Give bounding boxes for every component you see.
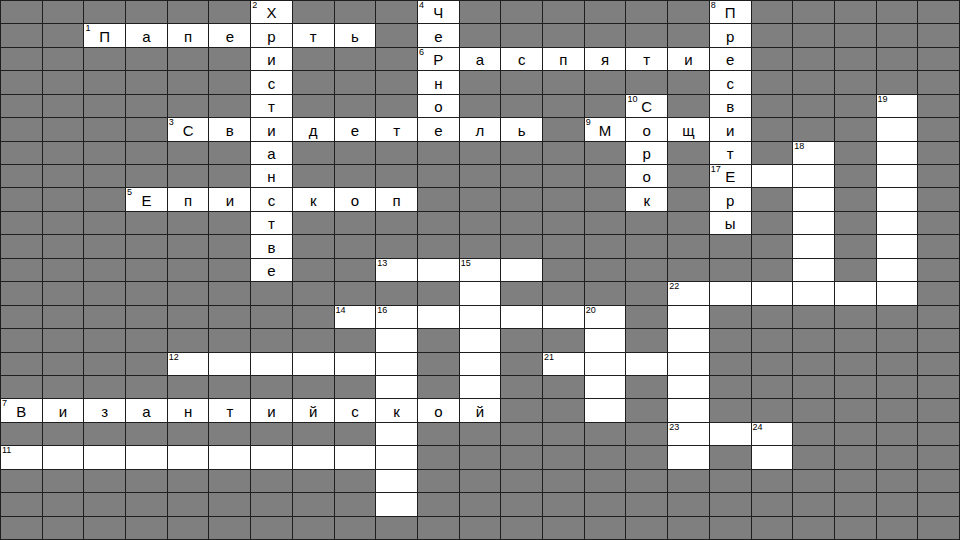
blocked-cell-r21c4 bbox=[126, 470, 168, 493]
blocked-cell-r5c5 bbox=[168, 95, 210, 118]
blocked-cell-r10c23 bbox=[918, 212, 960, 235]
clue-number-24: 24 bbox=[753, 423, 763, 432]
cell-r10c18[interactable]: ы bbox=[710, 212, 752, 235]
blocked-cell-r20c23 bbox=[918, 446, 960, 469]
cell-r9c6[interactable]: и bbox=[209, 188, 251, 211]
cell-r7c22[interactable] bbox=[877, 142, 919, 165]
letter: о bbox=[626, 166, 667, 187]
blocked-cell-r11c8 bbox=[293, 235, 335, 258]
blocked-cell-r23c1 bbox=[1, 517, 43, 540]
letter: т bbox=[376, 120, 417, 141]
cell-r9c7[interactable]: с bbox=[251, 188, 293, 211]
cell-r6c10[interactable]: т bbox=[376, 118, 418, 141]
blocked-cell-r23c15 bbox=[585, 517, 627, 540]
blocked-cell-r11c11 bbox=[418, 235, 460, 258]
cell-r3c7[interactable]: и bbox=[251, 48, 293, 71]
blocked-cell-r9c17 bbox=[668, 188, 710, 211]
cell-r15c15[interactable] bbox=[585, 329, 627, 352]
blocked-cell-r23c14 bbox=[543, 517, 585, 540]
blocked-cell-r14c22 bbox=[877, 306, 919, 329]
blocked-cell-r15c6 bbox=[209, 329, 251, 352]
cell-r3c13[interactable]: с bbox=[501, 48, 543, 71]
blocked-cell-r13c8 bbox=[293, 282, 335, 305]
letter: к bbox=[376, 401, 417, 422]
blocked-cell-r9c14 bbox=[543, 188, 585, 211]
cell-r16c17[interactable] bbox=[668, 353, 710, 376]
letter: н bbox=[418, 73, 459, 94]
cell-r18c15[interactable] bbox=[585, 399, 627, 422]
cell-r16c8[interactable] bbox=[293, 353, 335, 376]
letter: т bbox=[293, 26, 334, 47]
blocked-cell-r4c22 bbox=[877, 71, 919, 94]
cell-r18c17[interactable] bbox=[668, 399, 710, 422]
blocked-cell-r5c3 bbox=[84, 95, 126, 118]
blocked-cell-r5c20 bbox=[793, 95, 835, 118]
blocked-cell-r23c6 bbox=[209, 517, 251, 540]
blocked-cell-r16c21 bbox=[835, 353, 877, 376]
cell-r20c6[interactable] bbox=[209, 446, 251, 469]
cell-r6c12[interactable]: л bbox=[460, 118, 502, 141]
cell-r10c22[interactable] bbox=[877, 212, 919, 235]
cell-r2c3[interactable]: 1П bbox=[84, 24, 126, 47]
letter: Е bbox=[710, 166, 751, 187]
cell-r21c10[interactable] bbox=[376, 470, 418, 493]
cell-r9c10[interactable]: п bbox=[376, 188, 418, 211]
blocked-cell-r11c1 bbox=[1, 235, 43, 258]
cell-r14c12[interactable] bbox=[460, 306, 502, 329]
cell-r10c20[interactable] bbox=[793, 212, 835, 235]
cell-r12c22[interactable] bbox=[877, 259, 919, 282]
cell-r5c16[interactable]: 10С bbox=[626, 95, 668, 118]
cell-r20c4[interactable] bbox=[126, 446, 168, 469]
cell-r20c7[interactable] bbox=[251, 446, 293, 469]
cell-r17c15[interactable] bbox=[585, 376, 627, 399]
blocked-cell-r1c17 bbox=[668, 1, 710, 24]
cell-r22c10[interactable] bbox=[376, 493, 418, 516]
blocked-cell-r1c12 bbox=[460, 1, 502, 24]
cell-r13c18[interactable] bbox=[710, 282, 752, 305]
cell-r2c11[interactable]: е bbox=[418, 24, 460, 47]
cell-r8c7[interactable]: н bbox=[251, 165, 293, 188]
cell-r15c12[interactable] bbox=[460, 329, 502, 352]
cell-r15c10[interactable] bbox=[376, 329, 418, 352]
blocked-cell-r4c13 bbox=[501, 71, 543, 94]
blocked-cell-r17c16 bbox=[626, 376, 668, 399]
cell-r6c17[interactable]: щ bbox=[668, 118, 710, 141]
cell-r20c9[interactable] bbox=[335, 446, 377, 469]
cell-r1c18[interactable]: 8П bbox=[710, 1, 752, 24]
cell-r11c7[interactable]: в bbox=[251, 235, 293, 258]
cell-r20c10[interactable] bbox=[376, 446, 418, 469]
cell-r20c1[interactable]: 11 bbox=[1, 446, 43, 469]
blocked-cell-r18c13 bbox=[501, 399, 543, 422]
blocked-cell-r3c23 bbox=[918, 48, 960, 71]
blocked-cell-r10c9 bbox=[335, 212, 377, 235]
blocked-cell-r22c13 bbox=[501, 493, 543, 516]
cell-r4c18[interactable]: с bbox=[710, 71, 752, 94]
cell-r16c10[interactable] bbox=[376, 353, 418, 376]
blocked-cell-r9c2 bbox=[43, 188, 85, 211]
blocked-cell-r2c15 bbox=[585, 24, 627, 47]
blocked-cell-r20c11 bbox=[418, 446, 460, 469]
cell-r2c8[interactable]: т bbox=[293, 24, 335, 47]
blocked-cell-r15c13 bbox=[501, 329, 543, 352]
blocked-cell-r11c13 bbox=[501, 235, 543, 258]
blocked-cell-r3c3 bbox=[84, 48, 126, 71]
cell-r13c17[interactable]: 22 bbox=[668, 282, 710, 305]
letter: л bbox=[460, 120, 501, 141]
blocked-cell-r21c14 bbox=[543, 470, 585, 493]
cell-r17c10[interactable] bbox=[376, 376, 418, 399]
blocked-cell-r23c18 bbox=[710, 517, 752, 540]
blocked-cell-r10c5 bbox=[168, 212, 210, 235]
blocked-cell-r6c4 bbox=[126, 118, 168, 141]
clue-number-13: 13 bbox=[377, 259, 387, 268]
blocked-cell-r20c16 bbox=[626, 446, 668, 469]
cell-r12c20[interactable] bbox=[793, 259, 835, 282]
blocked-cell-r5c1 bbox=[1, 95, 43, 118]
clue-number-19: 19 bbox=[878, 95, 888, 104]
cell-r12c7[interactable]: е bbox=[251, 259, 293, 282]
cell-r3c16[interactable]: т bbox=[626, 48, 668, 71]
blocked-cell-r17c18 bbox=[710, 376, 752, 399]
blocked-cell-r23c10 bbox=[376, 517, 418, 540]
cell-r3c17[interactable]: и bbox=[668, 48, 710, 71]
cell-r18c10[interactable]: к bbox=[376, 399, 418, 422]
blocked-cell-r10c16 bbox=[626, 212, 668, 235]
cell-r16c16[interactable] bbox=[626, 353, 668, 376]
blocked-cell-r23c23 bbox=[918, 517, 960, 540]
blocked-cell-r8c14 bbox=[543, 165, 585, 188]
cell-r9c18[interactable]: р bbox=[710, 188, 752, 211]
cell-r2c7[interactable]: р bbox=[251, 24, 293, 47]
cell-r10c7[interactable]: т bbox=[251, 212, 293, 235]
cell-r18c12[interactable]: й bbox=[460, 399, 502, 422]
cell-r14c10[interactable]: 16 bbox=[376, 306, 418, 329]
cell-r17c12[interactable] bbox=[460, 376, 502, 399]
cell-r18c4[interactable]: а bbox=[126, 399, 168, 422]
letter: и bbox=[251, 49, 292, 70]
blocked-cell-r7c19 bbox=[752, 142, 794, 165]
blocked-cell-r12c2 bbox=[43, 259, 85, 282]
blocked-cell-r14c3 bbox=[84, 306, 126, 329]
cell-r14c9[interactable]: 14 bbox=[335, 306, 377, 329]
blocked-cell-r14c16 bbox=[626, 306, 668, 329]
blocked-cell-r14c5 bbox=[168, 306, 210, 329]
cell-r7c16[interactable]: р bbox=[626, 142, 668, 165]
blocked-cell-r23c16 bbox=[626, 517, 668, 540]
blocked-cell-r16c18 bbox=[710, 353, 752, 376]
clue-number-15: 15 bbox=[461, 259, 471, 268]
blocked-cell-r18c19 bbox=[752, 399, 794, 422]
letter: я bbox=[585, 49, 626, 70]
cell-r18c6[interactable]: т bbox=[209, 399, 251, 422]
cell-r7c20[interactable]: 18 bbox=[793, 142, 835, 165]
cell-r2c6[interactable]: е bbox=[209, 24, 251, 47]
cell-r6c18[interactable]: и bbox=[710, 118, 752, 141]
blocked-cell-r17c20 bbox=[793, 376, 835, 399]
clue-number-14: 14 bbox=[336, 306, 346, 315]
cell-r18c2[interactable]: и bbox=[43, 399, 85, 422]
blocked-cell-r9c23 bbox=[918, 188, 960, 211]
letter: П bbox=[84, 26, 125, 47]
cell-r2c5[interactable]: п bbox=[168, 24, 210, 47]
cell-r12c11[interactable] bbox=[418, 259, 460, 282]
cell-r6c15[interactable]: 9М bbox=[585, 118, 627, 141]
blocked-cell-r8c2 bbox=[43, 165, 85, 188]
blocked-cell-r10c4 bbox=[126, 212, 168, 235]
blocked-cell-r4c17 bbox=[668, 71, 710, 94]
blocked-cell-r1c15 bbox=[585, 1, 627, 24]
cell-r2c18[interactable]: р bbox=[710, 24, 752, 47]
cell-r6c5[interactable]: 3С bbox=[168, 118, 210, 141]
cell-r4c7[interactable]: с bbox=[251, 71, 293, 94]
cell-r14c15[interactable]: 20 bbox=[585, 306, 627, 329]
cell-r16c7[interactable] bbox=[251, 353, 293, 376]
cell-r6c11[interactable]: е bbox=[418, 118, 460, 141]
cell-r5c11[interactable]: о bbox=[418, 95, 460, 118]
blocked-cell-r17c5 bbox=[168, 376, 210, 399]
blocked-cell-r12c18 bbox=[710, 259, 752, 282]
cell-r8c19[interactable] bbox=[752, 165, 794, 188]
blocked-cell-r10c10 bbox=[376, 212, 418, 235]
cell-r16c6[interactable] bbox=[209, 353, 251, 376]
blocked-cell-r17c11 bbox=[418, 376, 460, 399]
blocked-cell-r18c22 bbox=[877, 399, 919, 422]
cell-r6c6[interactable]: в bbox=[209, 118, 251, 141]
cell-r8c20[interactable] bbox=[793, 165, 835, 188]
blocked-cell-r11c18 bbox=[710, 235, 752, 258]
cell-r8c22[interactable] bbox=[877, 165, 919, 188]
cell-r9c8[interactable]: к bbox=[293, 188, 335, 211]
cell-r20c19[interactable] bbox=[752, 446, 794, 469]
cell-r14c13[interactable] bbox=[501, 306, 543, 329]
blocked-cell-r16c11 bbox=[418, 353, 460, 376]
cell-r15c17[interactable] bbox=[668, 329, 710, 352]
letter: о bbox=[418, 96, 459, 117]
cell-r9c16[interactable]: к bbox=[626, 188, 668, 211]
blocked-cell-r1c10 bbox=[376, 1, 418, 24]
cell-r18c3[interactable]: з bbox=[84, 399, 126, 422]
cell-r14c17[interactable] bbox=[668, 306, 710, 329]
letter: в bbox=[710, 96, 751, 117]
cell-r13c22[interactable] bbox=[877, 282, 919, 305]
cell-r2c4[interactable]: а bbox=[126, 24, 168, 47]
cell-r3c12[interactable]: а bbox=[460, 48, 502, 71]
cell-r13c20[interactable] bbox=[793, 282, 835, 305]
cell-r20c17[interactable] bbox=[668, 446, 710, 469]
cell-r16c15[interactable] bbox=[585, 353, 627, 376]
cell-r18c11[interactable]: о bbox=[418, 399, 460, 422]
blocked-cell-r11c2 bbox=[43, 235, 85, 258]
blocked-cell-r21c2 bbox=[43, 470, 85, 493]
blocked-cell-r3c9 bbox=[335, 48, 377, 71]
cell-r9c9[interactable]: о bbox=[335, 188, 377, 211]
blocked-cell-r8c3 bbox=[84, 165, 126, 188]
cell-r20c2[interactable] bbox=[43, 446, 85, 469]
blocked-cell-r2c12 bbox=[460, 24, 502, 47]
blocked-cell-r15c1 bbox=[1, 329, 43, 352]
cell-r6c13[interactable]: ь bbox=[501, 118, 543, 141]
letter: с bbox=[251, 73, 292, 94]
cell-r5c18[interactable]: в bbox=[710, 95, 752, 118]
blocked-cell-r23c12 bbox=[460, 517, 502, 540]
blocked-cell-r10c13 bbox=[501, 212, 543, 235]
letter: а bbox=[460, 49, 501, 70]
blocked-cell-r19c5 bbox=[168, 423, 210, 446]
blocked-cell-r21c1 bbox=[1, 470, 43, 493]
cell-r14c14[interactable] bbox=[543, 306, 585, 329]
cell-r1c7[interactable]: 2Х bbox=[251, 1, 293, 24]
cell-r13c12[interactable] bbox=[460, 282, 502, 305]
blocked-cell-r10c12 bbox=[460, 212, 502, 235]
blocked-cell-r21c21 bbox=[835, 470, 877, 493]
blocked-cell-r22c1 bbox=[1, 493, 43, 516]
cell-r16c9[interactable] bbox=[335, 353, 377, 376]
letter: р bbox=[710, 26, 751, 47]
cell-r11c20[interactable] bbox=[793, 235, 835, 258]
blocked-cell-r11c5 bbox=[168, 235, 210, 258]
blocked-cell-r2c16 bbox=[626, 24, 668, 47]
cell-r13c19[interactable] bbox=[752, 282, 794, 305]
blocked-cell-r4c2 bbox=[43, 71, 85, 94]
blocked-cell-r15c18 bbox=[710, 329, 752, 352]
blocked-cell-r15c9 bbox=[335, 329, 377, 352]
cell-r9c20[interactable] bbox=[793, 188, 835, 211]
cell-r12c10[interactable]: 13 bbox=[376, 259, 418, 282]
blocked-cell-r22c23 bbox=[918, 493, 960, 516]
cell-r7c7[interactable]: а bbox=[251, 142, 293, 165]
blocked-cell-r1c9 bbox=[335, 1, 377, 24]
blocked-cell-r13c11 bbox=[418, 282, 460, 305]
letter: с bbox=[501, 49, 542, 70]
cell-r13c21[interactable] bbox=[835, 282, 877, 305]
cell-r4c11[interactable]: н bbox=[418, 71, 460, 94]
blocked-cell-r17c1 bbox=[1, 376, 43, 399]
blocked-cell-r13c23 bbox=[918, 282, 960, 305]
cell-r8c16[interactable]: о bbox=[626, 165, 668, 188]
cell-r9c5[interactable]: п bbox=[168, 188, 210, 211]
cell-r11c22[interactable] bbox=[877, 235, 919, 258]
cell-r18c1[interactable]: 7В bbox=[1, 399, 43, 422]
blocked-cell-r10c1 bbox=[1, 212, 43, 235]
cell-r6c8[interactable]: д bbox=[293, 118, 335, 141]
cell-r3c15[interactable]: я bbox=[585, 48, 627, 71]
cell-r16c5[interactable]: 12 bbox=[168, 353, 210, 376]
cell-r9c22[interactable] bbox=[877, 188, 919, 211]
blocked-cell-r17c6 bbox=[209, 376, 251, 399]
cell-r18c7[interactable]: и bbox=[251, 399, 293, 422]
cell-r3c14[interactable]: п bbox=[543, 48, 585, 71]
cell-r7c18[interactable]: т bbox=[710, 142, 752, 165]
cell-r17c17[interactable] bbox=[668, 376, 710, 399]
cell-r3c18[interactable]: е bbox=[710, 48, 752, 71]
cell-r5c22[interactable]: 19 bbox=[877, 95, 919, 118]
letter: С bbox=[168, 120, 209, 141]
blocked-cell-r5c23 bbox=[918, 95, 960, 118]
cell-r12c12[interactable]: 15 bbox=[460, 259, 502, 282]
cell-r18c9[interactable]: с bbox=[335, 399, 377, 422]
cell-r19c18[interactable] bbox=[710, 423, 752, 446]
blocked-cell-r22c3 bbox=[84, 493, 126, 516]
cell-r6c7[interactable]: и bbox=[251, 118, 293, 141]
cell-r20c8[interactable] bbox=[293, 446, 335, 469]
blocked-cell-r19c7 bbox=[251, 423, 293, 446]
blocked-cell-r8c4 bbox=[126, 165, 168, 188]
cell-r3c11[interactable]: 6Р bbox=[418, 48, 460, 71]
cell-r16c12[interactable] bbox=[460, 353, 502, 376]
blocked-cell-r7c13 bbox=[501, 142, 543, 165]
blocked-cell-r9c1 bbox=[1, 188, 43, 211]
blocked-cell-r11c9 bbox=[335, 235, 377, 258]
cell-r2c9[interactable]: ь bbox=[335, 24, 377, 47]
blocked-cell-r21c11 bbox=[418, 470, 460, 493]
letter: и bbox=[251, 120, 292, 141]
blocked-cell-r20c15 bbox=[585, 446, 627, 469]
blocked-cell-r14c2 bbox=[43, 306, 85, 329]
letter: п bbox=[376, 190, 417, 211]
letter: щ bbox=[668, 120, 709, 141]
letter: р bbox=[626, 143, 667, 164]
letter: о bbox=[418, 401, 459, 422]
cell-r16c14[interactable]: 21 bbox=[543, 353, 585, 376]
blocked-cell-r19c22 bbox=[877, 423, 919, 446]
cell-r9c4[interactable]: 5Е bbox=[126, 188, 168, 211]
cell-r5c7[interactable]: т bbox=[251, 95, 293, 118]
cell-r6c9[interactable]: е bbox=[335, 118, 377, 141]
cell-r20c3[interactable] bbox=[84, 446, 126, 469]
letter: Ч bbox=[418, 2, 459, 23]
cell-r6c22[interactable] bbox=[877, 118, 919, 141]
blocked-cell-r8c12 bbox=[460, 165, 502, 188]
blocked-cell-r7c5 bbox=[168, 142, 210, 165]
blocked-cell-r6c3 bbox=[84, 118, 126, 141]
blocked-cell-r16c19 bbox=[752, 353, 794, 376]
blocked-cell-r19c4 bbox=[126, 423, 168, 446]
letter: е bbox=[710, 49, 751, 70]
blocked-cell-r22c14 bbox=[543, 493, 585, 516]
blocked-cell-r19c1 bbox=[1, 423, 43, 446]
cell-r1c11[interactable]: 4Ч bbox=[418, 1, 460, 24]
cell-r20c5[interactable] bbox=[168, 446, 210, 469]
cell-r8c18[interactable]: 17Е bbox=[710, 165, 752, 188]
blocked-cell-r4c1 bbox=[1, 71, 43, 94]
blocked-cell-r8c8 bbox=[293, 165, 335, 188]
cell-r12c13[interactable] bbox=[501, 259, 543, 282]
cell-r6c16[interactable]: о bbox=[626, 118, 668, 141]
letter: п bbox=[543, 49, 584, 70]
blocked-cell-r9c13 bbox=[501, 188, 543, 211]
cell-r19c10[interactable] bbox=[376, 423, 418, 446]
cell-r19c19[interactable]: 24 bbox=[752, 423, 794, 446]
cell-r14c11[interactable] bbox=[418, 306, 460, 329]
blocked-cell-r19c8 bbox=[293, 423, 335, 446]
cell-r19c17[interactable]: 23 bbox=[668, 423, 710, 446]
blocked-cell-r2c20 bbox=[793, 24, 835, 47]
blocked-cell-r22c20 bbox=[793, 493, 835, 516]
blocked-cell-r21c18 bbox=[710, 470, 752, 493]
cell-r18c5[interactable]: н bbox=[168, 399, 210, 422]
blocked-cell-r22c18 bbox=[710, 493, 752, 516]
blocked-cell-r21c8 bbox=[293, 470, 335, 493]
blocked-cell-r6c14 bbox=[543, 118, 585, 141]
blocked-cell-r21c19 bbox=[752, 470, 794, 493]
cell-r18c8[interactable]: й bbox=[293, 399, 335, 422]
blocked-cell-r14c7 bbox=[251, 306, 293, 329]
letter: с bbox=[710, 73, 751, 94]
blocked-cell-r12c9 bbox=[335, 259, 377, 282]
letter: о bbox=[626, 120, 667, 141]
